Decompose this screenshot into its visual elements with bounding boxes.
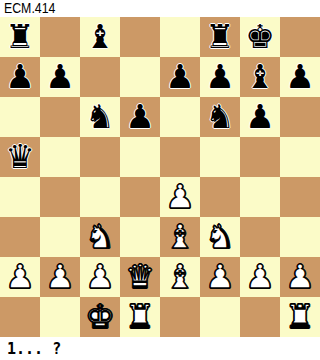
square-e4[interactable]: ♟ bbox=[160, 177, 200, 217]
square-e2[interactable]: ♝ bbox=[160, 257, 200, 297]
square-e7[interactable]: ♟ bbox=[160, 57, 200, 97]
square-a2[interactable]: ♟ bbox=[0, 257, 40, 297]
square-b5[interactable] bbox=[40, 137, 80, 177]
piece-white-king: ♚ bbox=[85, 297, 115, 337]
square-c8[interactable]: ♝ bbox=[80, 17, 120, 57]
piece-black-knight: ♞ bbox=[85, 97, 115, 137]
piece-white-pawn: ♟ bbox=[285, 257, 315, 297]
square-b1[interactable] bbox=[40, 297, 80, 337]
square-f4[interactable] bbox=[200, 177, 240, 217]
square-e6[interactable] bbox=[160, 97, 200, 137]
square-d1[interactable]: ♜ bbox=[120, 297, 160, 337]
piece-white-rook: ♜ bbox=[285, 297, 315, 337]
square-g3[interactable] bbox=[240, 217, 280, 257]
square-h8[interactable] bbox=[280, 17, 320, 57]
piece-white-rook: ♜ bbox=[125, 297, 155, 337]
piece-black-pawn: ♟ bbox=[5, 57, 35, 97]
square-e8[interactable] bbox=[160, 17, 200, 57]
piece-white-pawn: ♟ bbox=[5, 257, 35, 297]
square-g1[interactable] bbox=[240, 297, 280, 337]
square-h7[interactable]: ♟ bbox=[280, 57, 320, 97]
square-b4[interactable] bbox=[40, 177, 80, 217]
square-e3[interactable]: ♝ bbox=[160, 217, 200, 257]
square-h2[interactable]: ♟ bbox=[280, 257, 320, 297]
square-f6[interactable]: ♞ bbox=[200, 97, 240, 137]
square-a5[interactable]: ♛ bbox=[0, 137, 40, 177]
square-d7[interactable] bbox=[120, 57, 160, 97]
square-a1[interactable] bbox=[0, 297, 40, 337]
puzzle-id: ECM.414 bbox=[4, 0, 55, 17]
status-bar: 1... ? bbox=[0, 337, 320, 360]
piece-white-knight: ♞ bbox=[85, 217, 115, 257]
piece-black-rook: ♜ bbox=[205, 17, 235, 57]
square-a6[interactable] bbox=[0, 97, 40, 137]
title-bar: ECM.414 bbox=[0, 0, 320, 17]
square-h3[interactable] bbox=[280, 217, 320, 257]
square-h4[interactable] bbox=[280, 177, 320, 217]
square-a3[interactable] bbox=[0, 217, 40, 257]
square-g7[interactable]: ♝ bbox=[240, 57, 280, 97]
square-d5[interactable] bbox=[120, 137, 160, 177]
square-c1[interactable]: ♚ bbox=[80, 297, 120, 337]
square-b8[interactable] bbox=[40, 17, 80, 57]
square-f1[interactable] bbox=[200, 297, 240, 337]
square-f3[interactable]: ♞ bbox=[200, 217, 240, 257]
piece-white-pawn: ♟ bbox=[205, 257, 235, 297]
piece-black-pawn: ♟ bbox=[205, 57, 235, 97]
piece-white-bishop: ♝ bbox=[165, 217, 195, 257]
piece-black-pawn: ♟ bbox=[245, 97, 275, 137]
square-b2[interactable]: ♟ bbox=[40, 257, 80, 297]
square-e5[interactable] bbox=[160, 137, 200, 177]
square-b3[interactable] bbox=[40, 217, 80, 257]
square-f2[interactable]: ♟ bbox=[200, 257, 240, 297]
chess-app-window: ECM.414 ♜♝♜♚♟♟♟♟♝♟♞♟♞♟♛♟♞♝♞♟♟♟♛♝♟♟♟♚♜♜ 1… bbox=[0, 0, 320, 360]
square-f8[interactable]: ♜ bbox=[200, 17, 240, 57]
square-d2[interactable]: ♛ bbox=[120, 257, 160, 297]
square-g2[interactable]: ♟ bbox=[240, 257, 280, 297]
square-d3[interactable] bbox=[120, 217, 160, 257]
piece-black-rook: ♜ bbox=[5, 17, 35, 57]
square-a8[interactable]: ♜ bbox=[0, 17, 40, 57]
square-d6[interactable]: ♟ bbox=[120, 97, 160, 137]
square-a7[interactable]: ♟ bbox=[0, 57, 40, 97]
piece-black-pawn: ♟ bbox=[165, 57, 195, 97]
piece-white-pawn: ♟ bbox=[245, 257, 275, 297]
square-c5[interactable] bbox=[80, 137, 120, 177]
square-d4[interactable] bbox=[120, 177, 160, 217]
square-h6[interactable] bbox=[280, 97, 320, 137]
square-c3[interactable]: ♞ bbox=[80, 217, 120, 257]
piece-black-knight: ♞ bbox=[205, 97, 235, 137]
square-b6[interactable] bbox=[40, 97, 80, 137]
piece-white-pawn: ♟ bbox=[45, 257, 75, 297]
square-g6[interactable]: ♟ bbox=[240, 97, 280, 137]
square-g8[interactable]: ♚ bbox=[240, 17, 280, 57]
chess-board[interactable]: ♜♝♜♚♟♟♟♟♝♟♞♟♞♟♛♟♞♝♞♟♟♟♛♝♟♟♟♚♜♜ bbox=[0, 17, 320, 337]
square-g5[interactable] bbox=[240, 137, 280, 177]
square-h5[interactable] bbox=[280, 137, 320, 177]
piece-black-bishop: ♝ bbox=[245, 57, 275, 97]
square-g4[interactable] bbox=[240, 177, 280, 217]
move-prompt: 1... ? bbox=[7, 340, 61, 358]
piece-black-pawn: ♟ bbox=[45, 57, 75, 97]
square-a4[interactable] bbox=[0, 177, 40, 217]
square-c7[interactable] bbox=[80, 57, 120, 97]
piece-black-pawn: ♟ bbox=[125, 97, 155, 137]
piece-white-bishop: ♝ bbox=[165, 257, 195, 297]
piece-black-king: ♚ bbox=[245, 17, 275, 57]
piece-white-queen: ♛ bbox=[125, 257, 155, 297]
square-f5[interactable] bbox=[200, 137, 240, 177]
square-c4[interactable] bbox=[80, 177, 120, 217]
square-d8[interactable] bbox=[120, 17, 160, 57]
square-e1[interactable] bbox=[160, 297, 200, 337]
piece-white-pawn: ♟ bbox=[85, 257, 115, 297]
piece-black-queen: ♛ bbox=[5, 137, 35, 177]
piece-black-pawn: ♟ bbox=[285, 57, 315, 97]
piece-black-bishop: ♝ bbox=[85, 17, 115, 57]
square-h1[interactable]: ♜ bbox=[280, 297, 320, 337]
piece-white-pawn: ♟ bbox=[165, 177, 195, 217]
square-c6[interactable]: ♞ bbox=[80, 97, 120, 137]
square-c2[interactable]: ♟ bbox=[80, 257, 120, 297]
piece-white-knight: ♞ bbox=[205, 217, 235, 257]
square-f7[interactable]: ♟ bbox=[200, 57, 240, 97]
square-b7[interactable]: ♟ bbox=[40, 57, 80, 97]
